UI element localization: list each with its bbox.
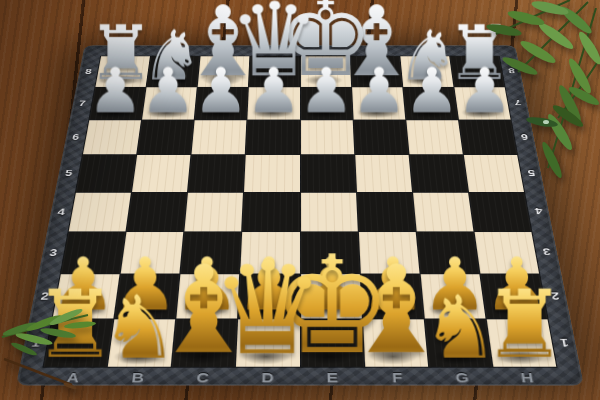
black-pawn-a7[interactable]: ♟	[87, 62, 143, 121]
plant-sprig-bottom-left	[0, 285, 140, 400]
square-c7[interactable]: ♟	[195, 87, 248, 119]
black-pawn-d7[interactable]: ♟	[246, 62, 302, 121]
square-a7[interactable]: ♟	[89, 87, 145, 119]
black-pawn-f7[interactable]: ♟	[351, 62, 407, 121]
square-c5[interactable]	[188, 155, 245, 191]
square-b6[interactable]	[137, 120, 194, 154]
square-b5[interactable]	[132, 155, 190, 191]
square-g1[interactable]: ♞	[425, 319, 492, 367]
square-e7[interactable]: ♟	[300, 87, 352, 119]
black-pawn-e7[interactable]: ♟	[299, 62, 355, 121]
square-d6[interactable]	[246, 120, 299, 154]
square-a6[interactable]	[83, 120, 141, 154]
black-pawn-c7[interactable]: ♟	[193, 62, 249, 121]
square-b7[interactable]: ♟	[142, 87, 197, 119]
square-f7[interactable]: ♟	[352, 87, 405, 119]
plant-leaves-top-right	[400, 0, 600, 205]
square-c6[interactable]	[192, 120, 247, 154]
black-pawn-b7[interactable]: ♟	[140, 62, 196, 121]
square-d7[interactable]: ♟	[248, 87, 300, 119]
square-d1[interactable]: ♛	[236, 319, 299, 367]
square-e6[interactable]	[300, 120, 353, 154]
square-c4[interactable]	[185, 192, 244, 231]
square-a4[interactable]	[69, 192, 131, 231]
white-knight-g1[interactable]: ♞	[422, 287, 500, 370]
square-a5[interactable]	[76, 155, 136, 191]
chess-app-screenshot: { "game": "chess", "view": "3d-perspecti…	[0, 0, 600, 400]
square-e5[interactable]	[300, 155, 355, 191]
square-d5[interactable]	[244, 155, 299, 191]
square-b4[interactable]	[127, 192, 188, 231]
white-queen-d1[interactable]: ♛	[210, 248, 325, 370]
